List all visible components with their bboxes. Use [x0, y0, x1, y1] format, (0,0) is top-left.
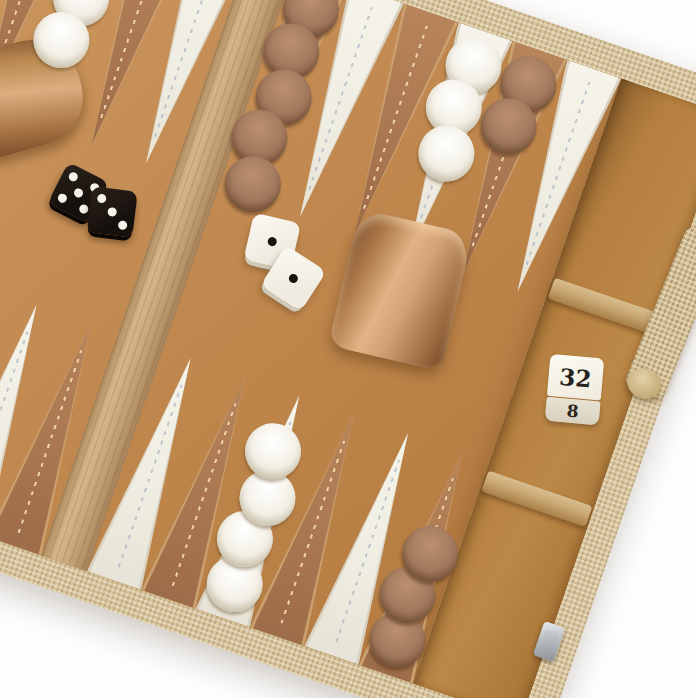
die-pip	[56, 192, 68, 204]
jute-case-shell: 32 8	[0, 0, 696, 698]
doubling-cube-top-face: 32	[547, 354, 604, 401]
doubling-cube-front-face: 8	[545, 397, 601, 426]
tray-divider	[548, 278, 659, 335]
doubling-cube[interactable]: 32 8	[545, 354, 605, 425]
die-pip	[67, 171, 79, 183]
die-pip	[107, 207, 117, 217]
die-pip	[97, 194, 107, 204]
die-pip	[118, 220, 128, 230]
photo-frame: 32 8	[0, 0, 696, 698]
die-pip	[287, 272, 299, 284]
tray-divider	[481, 470, 592, 527]
backgammon-case: 32 8	[0, 0, 696, 698]
black-die[interactable]	[87, 186, 138, 237]
die-pip	[72, 187, 84, 199]
die-pip	[267, 236, 278, 247]
